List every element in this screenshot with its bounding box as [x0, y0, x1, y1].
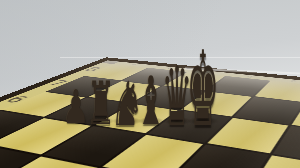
pieces-row: ♟ ♜ ♞ ♝ ♛ ♚	[0, 0, 300, 168]
chess-photo-scene: a b c d e f g h 8 7 6 5 4 3 2 1	[0, 0, 300, 168]
black-king-piece: ♚	[185, 38, 221, 141]
